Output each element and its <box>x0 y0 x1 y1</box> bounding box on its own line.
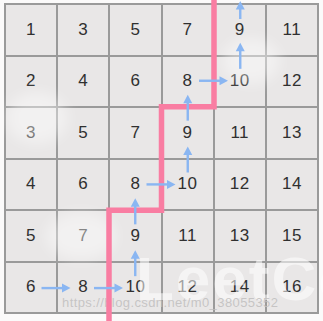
grid-cell-r5c4: 11 <box>163 211 213 261</box>
grid-cell-r3c3: 7 <box>110 108 160 158</box>
grid-cell-r3c1: 3 <box>6 108 56 158</box>
grid-cell-r4c4: 10 <box>163 160 213 210</box>
cell-value: 5 <box>26 226 36 246</box>
grid-cell-r5c2: 7 <box>58 211 108 261</box>
grid-cell-r1c3: 5 <box>110 5 160 55</box>
cell-value: 1 <box>26 20 36 40</box>
grid-cell-r6c5: 14 <box>215 263 265 313</box>
cell-value: 11 <box>178 226 197 246</box>
cell-value: 3 <box>78 20 88 40</box>
grid-cell-r6c4: 12 <box>163 263 213 313</box>
cell-value: 11 <box>230 123 249 143</box>
cell-value: 6 <box>78 174 88 194</box>
grid-cell-r5c5: 13 <box>215 211 265 261</box>
matrix-grid: 1357911246810123579111346810121457911131… <box>4 3 319 314</box>
grid-cell-r1c2: 3 <box>58 5 108 55</box>
cell-value: 3 <box>26 123 36 143</box>
grid-cell-r6c6: 16 <box>267 263 317 313</box>
cell-value: 8 <box>130 174 140 194</box>
grid-cell-r2c1: 2 <box>6 57 56 107</box>
grid-cell-r5c3: 9 <box>110 211 160 261</box>
cell-value: 2 <box>26 71 36 91</box>
cell-value: 5 <box>78 123 88 143</box>
grid-cell-r2c4: 8 <box>163 57 213 107</box>
cell-value: 12 <box>282 71 302 91</box>
grid-cell-r3c4: 9 <box>163 108 213 158</box>
cell-value: 10 <box>230 71 250 91</box>
grid-cell-r2c2: 4 <box>58 57 108 107</box>
grid-cell-r2c5: 10 <box>215 57 265 107</box>
cell-value: 9 <box>235 20 245 40</box>
grid-cell-r2c6: 12 <box>267 57 317 107</box>
cell-value: 6 <box>26 277 36 297</box>
cell-value: 8 <box>78 277 88 297</box>
grid-cell-r3c2: 5 <box>58 108 108 158</box>
cell-value: 15 <box>282 226 302 246</box>
grid-cell-r4c1: 4 <box>6 160 56 210</box>
grid-cell-r1c6: 11 <box>267 5 317 55</box>
grid-cell-r6c3: 10 <box>110 263 160 313</box>
cell-value: 7 <box>78 226 88 246</box>
grid-cell-r4c6: 14 <box>267 160 317 210</box>
cell-value: 4 <box>26 174 36 194</box>
cell-value: 11 <box>283 20 302 40</box>
grid-cell-r5c6: 15 <box>267 211 317 261</box>
matrix-search-diagram: { "game": "sorted-matrix staircase-searc… <box>0 0 323 321</box>
grid-cell-r6c1: 6 <box>6 263 56 313</box>
grid-cell-r4c3: 8 <box>110 160 160 210</box>
grid-cell-r3c5: 11 <box>215 108 265 158</box>
grid-cell-r5c1: 5 <box>6 211 56 261</box>
grid-cell-r4c5: 12 <box>215 160 265 210</box>
cell-value: 4 <box>78 71 88 91</box>
grid-cell-r1c1: 1 <box>6 5 56 55</box>
grid-cell-r1c4: 7 <box>163 5 213 55</box>
cell-value: 7 <box>183 20 193 40</box>
cell-value: 12 <box>178 277 198 297</box>
cell-value: 16 <box>282 277 302 297</box>
grid-cell-r2c3: 6 <box>110 57 160 107</box>
cell-value: 6 <box>130 71 140 91</box>
cell-value: 13 <box>282 123 302 143</box>
cell-value: 14 <box>230 277 250 297</box>
cell-value: 14 <box>282 174 302 194</box>
cell-value: 9 <box>183 123 193 143</box>
cell-value: 9 <box>130 226 140 246</box>
cell-value: 12 <box>230 174 250 194</box>
grid-cell-r6c2: 8 <box>58 263 108 313</box>
cell-value: 5 <box>130 20 140 40</box>
cell-value: 10 <box>125 277 145 297</box>
grid-cell-r3c6: 13 <box>267 108 317 158</box>
cell-value: 10 <box>178 174 198 194</box>
cell-value: 13 <box>230 226 250 246</box>
grid-cell-r1c5: 9 <box>215 5 265 55</box>
grid-cell-r4c2: 6 <box>58 160 108 210</box>
cell-value: 7 <box>130 123 140 143</box>
cell-value: 8 <box>183 71 193 91</box>
